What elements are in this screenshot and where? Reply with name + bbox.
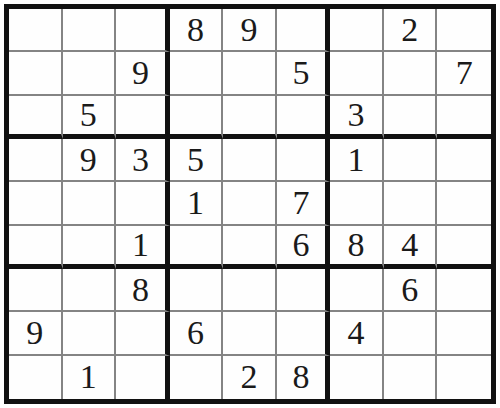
cell-r7c7[interactable] <box>330 269 384 312</box>
cell-r5c4[interactable]: 1 <box>170 182 224 225</box>
cell-r7c1[interactable] <box>9 269 63 312</box>
cell-r4c8[interactable] <box>384 139 438 182</box>
cell-r5c2[interactable] <box>63 182 117 225</box>
sudoku-board: 89295753935117168486964128 <box>4 4 496 404</box>
cell-r9c3[interactable] <box>116 356 170 399</box>
cell-r7c4[interactable] <box>170 269 224 312</box>
cell-r6c7[interactable]: 8 <box>330 226 384 269</box>
cell-r1c1[interactable] <box>9 9 63 52</box>
cell-r3c3[interactable] <box>116 96 170 139</box>
cell-r2c1[interactable] <box>9 52 63 95</box>
cell-r2c6[interactable]: 5 <box>277 52 331 95</box>
cell-r9c8[interactable] <box>384 356 438 399</box>
cell-r8c4[interactable]: 6 <box>170 312 224 355</box>
cell-r2c5[interactable] <box>223 52 277 95</box>
cell-r2c3[interactable]: 9 <box>116 52 170 95</box>
cell-r8c5[interactable] <box>223 312 277 355</box>
cell-r7c3[interactable]: 8 <box>116 269 170 312</box>
cell-r7c2[interactable] <box>63 269 117 312</box>
cell-r3c1[interactable] <box>9 96 63 139</box>
cell-r6c8[interactable]: 4 <box>384 226 438 269</box>
cell-r9c5[interactable]: 2 <box>223 356 277 399</box>
cell-r7c9[interactable] <box>437 269 491 312</box>
cell-r4c1[interactable] <box>9 139 63 182</box>
cell-r1c6[interactable] <box>277 9 331 52</box>
cell-r5c3[interactable] <box>116 182 170 225</box>
cell-r4c2[interactable]: 9 <box>63 139 117 182</box>
cell-r1c3[interactable] <box>116 9 170 52</box>
cell-r7c8[interactable]: 6 <box>384 269 438 312</box>
cell-r6c3[interactable]: 1 <box>116 226 170 269</box>
cell-r2c7[interactable] <box>330 52 384 95</box>
cell-r1c9[interactable] <box>437 9 491 52</box>
cell-r3c7[interactable]: 3 <box>330 96 384 139</box>
cell-r2c8[interactable] <box>384 52 438 95</box>
cell-r8c2[interactable] <box>63 312 117 355</box>
cell-r4c4[interactable]: 5 <box>170 139 224 182</box>
cell-r5c1[interactable] <box>9 182 63 225</box>
cell-r8c8[interactable] <box>384 312 438 355</box>
cell-r8c6[interactable] <box>277 312 331 355</box>
cell-r5c7[interactable] <box>330 182 384 225</box>
cell-r4c6[interactable] <box>277 139 331 182</box>
cell-r4c7[interactable]: 1 <box>330 139 384 182</box>
cell-r5c6[interactable]: 7 <box>277 182 331 225</box>
cell-r5c9[interactable] <box>437 182 491 225</box>
cell-r1c2[interactable] <box>63 9 117 52</box>
cell-r3c2[interactable]: 5 <box>63 96 117 139</box>
cell-r8c7[interactable]: 4 <box>330 312 384 355</box>
cell-r6c9[interactable] <box>437 226 491 269</box>
sudoku-page: 89295753935117168486964128 <box>0 0 500 408</box>
cell-r2c4[interactable] <box>170 52 224 95</box>
cell-r9c2[interactable]: 1 <box>63 356 117 399</box>
cell-r7c5[interactable] <box>223 269 277 312</box>
cell-r3c8[interactable] <box>384 96 438 139</box>
cell-r3c9[interactable] <box>437 96 491 139</box>
cell-r9c1[interactable] <box>9 356 63 399</box>
cell-r5c5[interactable] <box>223 182 277 225</box>
cell-r8c1[interactable]: 9 <box>9 312 63 355</box>
cell-r1c7[interactable] <box>330 9 384 52</box>
cell-r3c5[interactable] <box>223 96 277 139</box>
cell-r4c3[interactable]: 3 <box>116 139 170 182</box>
cell-r4c5[interactable] <box>223 139 277 182</box>
cell-r3c6[interactable] <box>277 96 331 139</box>
cell-r1c4[interactable]: 8 <box>170 9 224 52</box>
cell-r9c6[interactable]: 8 <box>277 356 331 399</box>
cell-r6c5[interactable] <box>223 226 277 269</box>
cell-r5c8[interactable] <box>384 182 438 225</box>
cell-r8c9[interactable] <box>437 312 491 355</box>
cell-r6c4[interactable] <box>170 226 224 269</box>
cell-r4c9[interactable] <box>437 139 491 182</box>
cell-r8c3[interactable] <box>116 312 170 355</box>
cell-r6c6[interactable]: 6 <box>277 226 331 269</box>
cell-r9c7[interactable] <box>330 356 384 399</box>
cell-r7c6[interactable] <box>277 269 331 312</box>
cell-r2c2[interactable] <box>63 52 117 95</box>
cell-r1c8[interactable]: 2 <box>384 9 438 52</box>
cell-r6c1[interactable] <box>9 226 63 269</box>
cell-r9c9[interactable] <box>437 356 491 399</box>
cell-r9c4[interactable] <box>170 356 224 399</box>
cell-r2c9[interactable]: 7 <box>437 52 491 95</box>
cell-r6c2[interactable] <box>63 226 117 269</box>
cell-r1c5[interactable]: 9 <box>223 9 277 52</box>
cell-r3c4[interactable] <box>170 96 224 139</box>
